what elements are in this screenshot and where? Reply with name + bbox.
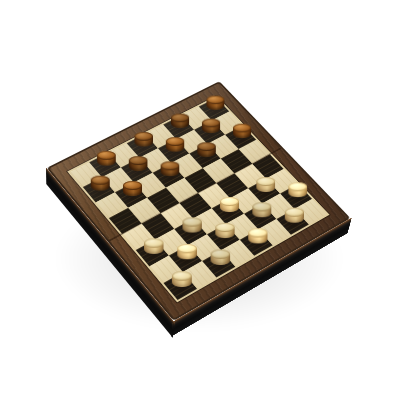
board-top-face — [47, 81, 351, 321]
square-h2[interactable] — [280, 184, 312, 209]
checker-top — [172, 271, 192, 280]
checker-dark-d8[interactable] — [134, 132, 153, 147]
checker-top — [220, 197, 239, 206]
checker-dark-c7[interactable] — [129, 156, 148, 171]
checker-dark-h6[interactable] — [233, 123, 251, 138]
checker-top — [97, 151, 116, 160]
checker-top — [256, 177, 275, 186]
checker-top — [182, 217, 201, 226]
checker-dark-f6[interactable] — [197, 142, 216, 157]
checker-top — [90, 175, 109, 184]
checker-light-b2[interactable] — [177, 244, 197, 260]
checker-top — [285, 207, 304, 216]
checker-light-a3[interactable] — [144, 238, 164, 254]
checker-dark-b8[interactable] — [97, 151, 116, 166]
checker-top — [123, 181, 142, 190]
checker-dark-a7[interactable] — [90, 175, 109, 190]
checker-top — [288, 182, 307, 191]
checker-top — [197, 142, 216, 151]
checker-light-f2[interactable] — [252, 202, 271, 217]
checker-top — [215, 222, 234, 231]
checker-light-g1[interactable] — [285, 207, 304, 222]
checkers-board — [47, 81, 351, 321]
checker-light-d2[interactable] — [215, 222, 234, 237]
checker-light-a1[interactable] — [172, 271, 192, 287]
checker-top — [233, 123, 251, 132]
checker-light-e3[interactable] — [220, 197, 239, 212]
perspective-wrapper — [0, 0, 400, 400]
checker-top — [144, 238, 164, 247]
checker-light-c1[interactable] — [210, 249, 230, 265]
checker-top — [202, 118, 220, 127]
checker-dark-e7[interactable] — [166, 137, 185, 152]
checker-top — [160, 161, 179, 170]
checker-top — [129, 156, 148, 165]
checker-light-h2[interactable] — [288, 182, 307, 197]
checker-dark-b6[interactable] — [123, 181, 142, 196]
checker-light-e1[interactable] — [248, 228, 267, 243]
checker-top — [171, 113, 189, 122]
checker-light-g3[interactable] — [256, 177, 275, 192]
checker-dark-h8[interactable] — [206, 95, 224, 109]
checker-dark-g7[interactable] — [202, 118, 220, 132]
photo-scene — [0, 0, 400, 400]
checker-dark-f8[interactable] — [171, 113, 189, 127]
checker-top — [206, 95, 224, 104]
checker-top — [248, 228, 267, 237]
checker-dark-d6[interactable] — [160, 161, 179, 176]
checker-top — [166, 137, 185, 146]
checker-top — [210, 249, 230, 258]
checker-top — [134, 132, 153, 141]
playfield — [67, 96, 329, 303]
checker-top — [177, 244, 197, 253]
checker-light-c3[interactable] — [182, 217, 201, 232]
board-grid — [70, 98, 327, 300]
checker-top — [252, 202, 271, 211]
